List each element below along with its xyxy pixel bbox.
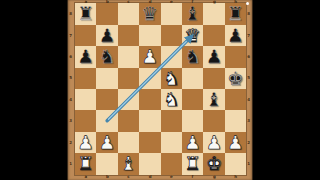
square-e7[interactable] [161,25,182,46]
piece-black-king-h5[interactable]: ♚ [227,67,244,88]
square-g7[interactable] [203,25,224,46]
file-bottom-c: c [127,175,129,179]
piece-black-bishop-g4[interactable]: ♝ [206,88,223,109]
file-bottom-f: f [192,175,194,179]
piece-white-rook-f1[interactable]: ♜ [184,153,201,174]
piece-white-pawn-d6[interactable]: ♟ [142,46,159,67]
piece-white-knight-e4[interactable]: ♞ [163,88,180,109]
piece-white-queen-f7[interactable]: ♛ [184,24,201,45]
rank-right-3: 3 [247,119,250,123]
square-g6[interactable]: ♟ [203,46,224,67]
square-b8[interactable] [96,3,117,24]
rank-left-7: 7 [69,34,72,38]
square-h1[interactable] [225,153,246,174]
piece-black-pawn-b7[interactable]: ♟ [99,24,116,45]
square-b7[interactable]: ♟ [96,25,117,46]
square-c3[interactable] [118,110,139,131]
rank-left-4: 4 [69,98,72,102]
square-h2[interactable]: ♟ [225,132,246,153]
file-bottom-h: h [234,175,237,179]
square-g2[interactable]: ♟ [203,132,224,153]
square-d3[interactable] [139,110,160,131]
rank-right-1: 1 [247,162,250,166]
square-d4[interactable] [139,89,160,110]
square-f6[interactable]: ♞ [182,46,203,67]
square-e8[interactable] [161,3,182,24]
piece-white-pawn-b2[interactable]: ♟ [99,131,116,152]
rank-right-4: 4 [247,98,250,102]
file-bottom-a: a [85,175,88,179]
square-c1[interactable]: ♝ [118,153,139,174]
piece-black-pawn-a6[interactable]: ♟ [77,46,94,67]
square-c2[interactable] [118,132,139,153]
file-bottom-d: d [149,175,152,179]
square-c5[interactable] [118,68,139,89]
square-e1[interactable] [161,153,182,174]
square-g1[interactable]: ♚ [203,153,224,174]
file-bottom-b: b [106,175,109,179]
square-h5[interactable]: ♚ [225,68,246,89]
piece-white-pawn-a2[interactable]: ♟ [77,131,94,152]
rank-left-2: 2 [69,141,72,145]
square-b4[interactable] [96,89,117,110]
square-f1[interactable]: ♜ [182,153,203,174]
square-c6[interactable] [118,46,139,67]
square-g5[interactable] [203,68,224,89]
square-e4[interactable]: ♞ [161,89,182,110]
square-h3[interactable] [225,110,246,131]
piece-white-bishop-c1[interactable]: ♝ [120,153,137,174]
file-bottom-e: e [170,175,173,179]
square-d8[interactable]: ♛ [139,3,160,24]
board-frame: ♜♛♝♜♟♛♟♟♞♟♞♟♞♚♞♝♟♟♟♟♟♜♝♜♚ aabbccddeeffgg… [67,0,253,180]
square-d6[interactable]: ♟ [139,46,160,67]
square-e2[interactable] [161,132,182,153]
piece-white-pawn-f2[interactable]: ♟ [184,131,201,152]
rank-right-2: 2 [247,141,250,145]
piece-white-pawn-g2[interactable]: ♟ [206,131,223,152]
square-f3[interactable] [182,110,203,131]
rank-left-3: 3 [69,119,72,123]
piece-black-pawn-g6[interactable]: ♟ [206,46,223,67]
square-h6[interactable] [225,46,246,67]
square-e6[interactable] [161,46,182,67]
square-h7[interactable]: ♟ [225,25,246,46]
piece-white-pawn-h2[interactable]: ♟ [227,131,244,152]
square-b1[interactable] [96,153,117,174]
square-b5[interactable] [96,68,117,89]
file-bottom-g: g [213,175,216,179]
square-f5[interactable] [182,68,203,89]
square-c7[interactable] [118,25,139,46]
square-a8[interactable]: ♜ [75,3,96,24]
piece-white-king-g1[interactable]: ♚ [206,153,223,174]
rank-right-5: 5 [247,76,250,80]
piece-white-rook-a1[interactable]: ♜ [77,153,94,174]
rank-left-1: 1 [69,162,72,166]
square-b6[interactable]: ♞ [96,46,117,67]
square-f4[interactable] [182,89,203,110]
square-d7[interactable] [139,25,160,46]
square-a7[interactable] [75,25,96,46]
piece-black-bishop-f8[interactable]: ♝ [184,3,201,24]
square-a5[interactable] [75,68,96,89]
square-f7[interactable]: ♛ [182,25,203,46]
rank-right-8: 8 [247,12,250,16]
piece-black-queen-d8[interactable]: ♛ [142,3,159,24]
square-f2[interactable]: ♟ [182,132,203,153]
rank-left-6: 6 [69,55,72,59]
square-d1[interactable] [139,153,160,174]
square-a3[interactable] [75,110,96,131]
square-a6[interactable]: ♟ [75,46,96,67]
square-f8[interactable]: ♝ [182,3,203,24]
rank-left-8: 8 [69,12,72,16]
square-g8[interactable] [203,3,224,24]
rank-left-5: 5 [69,76,72,80]
square-c4[interactable] [118,89,139,110]
piece-black-rook-h8[interactable]: ♜ [227,3,244,24]
square-g3[interactable] [203,110,224,131]
square-a2[interactable]: ♟ [75,132,96,153]
square-a1[interactable]: ♜ [75,153,96,174]
square-g4[interactable]: ♝ [203,89,224,110]
square-h8[interactable]: ♜ [225,3,246,24]
piece-black-rook-a8[interactable]: ♜ [77,3,94,24]
piece-white-knight-e5[interactable]: ♞ [163,67,180,88]
square-e5[interactable]: ♞ [161,68,182,89]
square-b3[interactable] [96,110,117,131]
corner-indicator-dot [246,2,249,5]
square-d2[interactable] [139,132,160,153]
square-b2[interactable]: ♟ [96,132,117,153]
chess-board: ♜♛♝♜♟♛♟♟♞♟♞♟♞♚♞♝♟♟♟♟♟♜♝♜♚ [75,3,246,174]
rank-right-6: 6 [247,55,250,59]
piece-black-pawn-h7[interactable]: ♟ [227,24,244,45]
piece-black-knight-f6[interactable]: ♞ [184,46,201,67]
square-e3[interactable] [161,110,182,131]
square-c8[interactable] [118,3,139,24]
piece-black-knight-b6[interactable]: ♞ [99,46,116,67]
rank-right-7: 7 [247,34,250,38]
square-a4[interactable] [75,89,96,110]
square-d5[interactable] [139,68,160,89]
video-letterbox-background: ♜♛♝♜♟♛♟♟♞♟♞♟♞♚♞♝♟♟♟♟♟♜♝♜♚ aabbccddeeffgg… [0,0,320,180]
square-h4[interactable] [225,89,246,110]
